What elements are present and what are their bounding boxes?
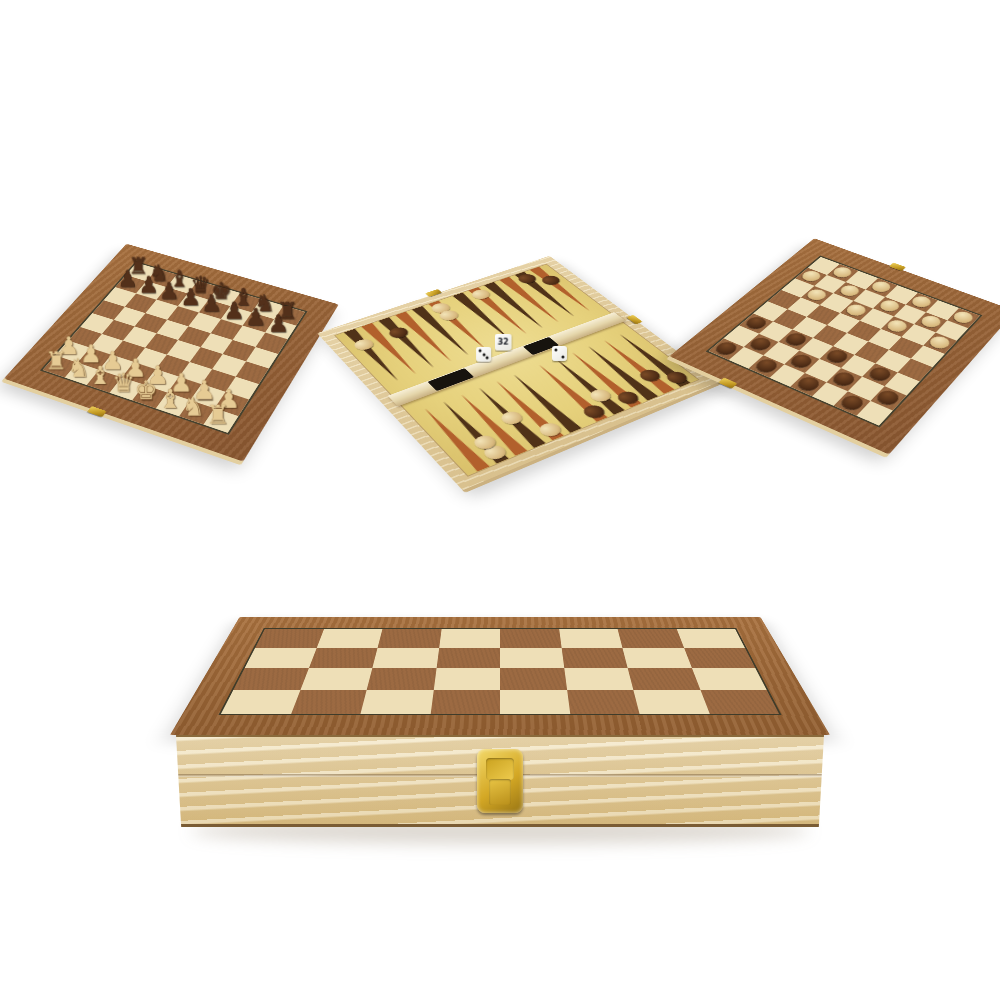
lid-square xyxy=(367,668,437,690)
die-pip xyxy=(554,348,557,351)
chess-piece-dark: ♟ xyxy=(116,268,139,291)
doubling-cube-value: 32 xyxy=(498,338,509,347)
checkers-board-grid xyxy=(706,256,983,428)
lid-square xyxy=(291,690,367,714)
lid-square xyxy=(684,648,756,668)
lid-square xyxy=(233,668,308,690)
lid-square xyxy=(221,690,300,714)
lid-square xyxy=(300,668,372,690)
die-showing-3 xyxy=(476,347,491,362)
checkers-square xyxy=(947,308,980,328)
die-showing-2 xyxy=(552,346,567,361)
lid-square xyxy=(628,668,700,690)
checkers-latch-icon xyxy=(718,377,737,388)
chess-board-grid: ♜♞♝♛♚♝♞♜♟♟♟♟♟♟♟♟♟♟♟♟♟♟♟♟♜♞♝♛♚♝♞♜ xyxy=(40,261,308,434)
lid-square xyxy=(622,648,691,668)
checkers-board-open xyxy=(669,238,1000,454)
lid-square xyxy=(360,690,433,714)
chess-piece-dark: ♟ xyxy=(157,280,180,303)
lid-square xyxy=(564,668,634,690)
closed-box-lid xyxy=(170,617,830,735)
chess-board-frame: ♜♞♝♛♚♝♞♜♟♟♟♟♟♟♟♟♟♟♟♟♟♟♟♟♜♞♝♛♚♝♞♜ xyxy=(4,244,339,462)
lid-square xyxy=(561,648,627,668)
lid-square xyxy=(700,690,779,714)
chess-piece-light: ♞ xyxy=(180,394,207,420)
chess-piece-dark: ♟ xyxy=(178,286,202,309)
chess-piece-dark: ♟ xyxy=(243,305,267,329)
chess-board-open: ♜♞♝♛♚♝♞♜♟♟♟♟♟♟♟♟♟♟♟♟♟♟♟♟♜♞♝♛♚♝♞♜ xyxy=(4,244,339,462)
lid-square xyxy=(436,648,500,668)
lid-square xyxy=(633,690,709,714)
chess-square xyxy=(167,340,200,362)
checker-light xyxy=(951,310,976,326)
die-pip xyxy=(486,356,489,359)
lid-square xyxy=(433,668,500,690)
closed-box-side xyxy=(176,735,824,827)
chess-piece-dark: ♟ xyxy=(200,292,224,315)
backgammon-latch-icon xyxy=(425,289,442,297)
lid-square xyxy=(378,629,442,648)
lid-square xyxy=(245,648,317,668)
product-photo: ♜♞♝♛♚♝♞♜♟♟♟♟♟♟♟♟♟♟♟♟♟♟♟♟♜♞♝♛♚♝♞♜ 32 xyxy=(0,0,1000,1000)
checker-dark xyxy=(712,340,739,357)
doubling-cube: 32 xyxy=(495,334,512,351)
checkers-board-frame xyxy=(669,238,1000,454)
lid-square xyxy=(316,629,382,648)
chess-latch-icon xyxy=(87,406,107,417)
lid-square xyxy=(500,690,570,714)
chess-piece-dark: ♟ xyxy=(266,312,290,336)
chess-piece-light: ♜ xyxy=(204,402,231,428)
lid-square xyxy=(255,629,323,648)
checker-light xyxy=(884,318,910,334)
chess-piece-light: ♝ xyxy=(88,363,114,388)
chess-square xyxy=(81,313,114,333)
lid-square xyxy=(500,629,561,648)
checker-light xyxy=(877,298,902,313)
chess-piece-dark: ♟ xyxy=(221,299,245,322)
backgammon-box-rim: 32 xyxy=(317,256,718,490)
backgammon-latch-icon xyxy=(626,315,642,325)
chess-piece-light: ♝ xyxy=(156,386,182,412)
die-pip xyxy=(562,356,565,359)
die-pip xyxy=(482,353,485,356)
lid-square xyxy=(430,690,500,714)
lid-square xyxy=(372,648,438,668)
lid-square xyxy=(618,629,684,648)
backgammon-box-open: 32 xyxy=(317,256,718,490)
checker-dark xyxy=(743,315,769,331)
chess-piece-light: ♚ xyxy=(133,378,159,404)
chess-square xyxy=(178,326,211,347)
closed-box-lid-pattern xyxy=(218,628,781,715)
lid-square xyxy=(676,629,744,648)
chess-square xyxy=(235,361,268,384)
closed-box-clasp-icon xyxy=(477,749,523,813)
lid-square xyxy=(691,668,766,690)
lid-square xyxy=(559,629,623,648)
lid-square xyxy=(439,629,500,648)
backgammon-interior: 32 xyxy=(334,264,699,477)
die-pip xyxy=(478,349,481,352)
lid-square xyxy=(567,690,640,714)
lid-square xyxy=(500,648,564,668)
rail-felt-patch xyxy=(428,368,475,391)
checkers-latch-icon xyxy=(889,263,906,272)
lid-square xyxy=(500,668,567,690)
lid-square xyxy=(309,648,378,668)
